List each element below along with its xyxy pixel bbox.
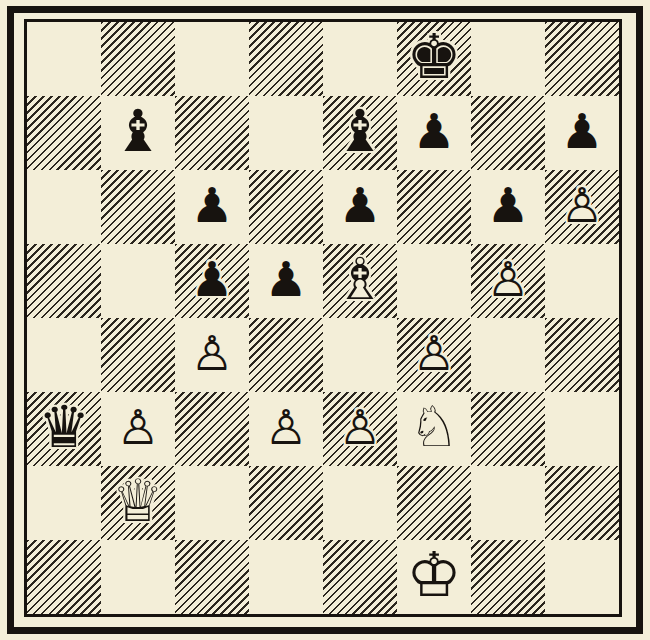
square-c6[interactable]: ♟♟ (175, 170, 249, 244)
square-h2[interactable] (545, 466, 619, 540)
square-g5[interactable]: ♟♙ (471, 244, 545, 318)
square-a6[interactable] (27, 170, 101, 244)
black-pawn-piece: ♟ (486, 181, 529, 229)
square-a3[interactable]: ♛♛ (27, 392, 101, 466)
square-h3[interactable] (545, 392, 619, 466)
square-h1[interactable] (545, 540, 619, 614)
square-b1[interactable] (101, 540, 175, 614)
square-e1[interactable] (323, 540, 397, 614)
square-b3[interactable]: ♟♙ (101, 392, 175, 466)
square-e3[interactable]: ♟♙ (323, 392, 397, 466)
black-pawn-piece: ♟ (264, 255, 307, 303)
square-a7[interactable] (27, 96, 101, 170)
square-d5[interactable]: ♟♟ (249, 244, 323, 318)
square-f5[interactable] (397, 244, 471, 318)
white-pawn-piece: ♙ (116, 403, 159, 451)
black-pawn-piece: ♟ (560, 107, 603, 155)
square-c7[interactable] (175, 96, 249, 170)
square-c8[interactable] (175, 22, 249, 96)
square-h7[interactable]: ♟♟ (545, 96, 619, 170)
square-b5[interactable] (101, 244, 175, 318)
square-e5[interactable]: ♝♗ (323, 244, 397, 318)
white-pawn-piece: ♙ (190, 329, 233, 377)
square-a4[interactable] (27, 318, 101, 392)
black-bishop-piece: ♝ (112, 102, 164, 160)
square-g7[interactable] (471, 96, 545, 170)
black-pawn-piece: ♟ (190, 255, 233, 303)
square-c4[interactable]: ♟♙ (175, 318, 249, 392)
square-d8[interactable] (249, 22, 323, 96)
black-pawn-piece: ♟ (412, 107, 455, 155)
white-pawn-piece: ♙ (560, 181, 603, 229)
white-queen-piece: ♕ (112, 472, 164, 530)
square-g8[interactable] (471, 22, 545, 96)
square-f4[interactable]: ♟♙ (397, 318, 471, 392)
square-a1[interactable] (27, 540, 101, 614)
square-f7[interactable]: ♟♟ (397, 96, 471, 170)
square-f2[interactable] (397, 466, 471, 540)
black-pawn-piece: ♟ (190, 181, 233, 229)
white-bishop-piece: ♗ (334, 250, 386, 308)
square-d2[interactable] (249, 466, 323, 540)
square-f6[interactable] (397, 170, 471, 244)
square-e7[interactable]: ♝♝ (323, 96, 397, 170)
square-e8[interactable] (323, 22, 397, 96)
square-d3[interactable]: ♟♙ (249, 392, 323, 466)
white-pawn-piece: ♙ (412, 329, 455, 377)
square-a2[interactable] (27, 466, 101, 540)
square-d6[interactable] (249, 170, 323, 244)
white-pawn-piece: ♙ (264, 403, 307, 451)
square-h6[interactable]: ♟♙ (545, 170, 619, 244)
square-b8[interactable] (101, 22, 175, 96)
square-g1[interactable] (471, 540, 545, 614)
square-g2[interactable] (471, 466, 545, 540)
white-pawn-piece: ♙ (486, 255, 529, 303)
square-a8[interactable] (27, 22, 101, 96)
square-b6[interactable] (101, 170, 175, 244)
square-c2[interactable] (175, 466, 249, 540)
square-d4[interactable] (249, 318, 323, 392)
square-b7[interactable]: ♝♝ (101, 96, 175, 170)
black-queen-piece: ♛ (38, 398, 90, 456)
square-a5[interactable] (27, 244, 101, 318)
square-h5[interactable] (545, 244, 619, 318)
square-b4[interactable] (101, 318, 175, 392)
square-e6[interactable]: ♟♟ (323, 170, 397, 244)
square-c3[interactable] (175, 392, 249, 466)
chess-board: ♚♚♝♝♝♝♟♟♟♟♟♟♟♟♟♟♟♙♟♟♟♟♝♗♟♙♟♙♟♙♛♛♟♙♟♙♟♙♞♘… (24, 19, 622, 617)
square-g4[interactable] (471, 318, 545, 392)
square-e2[interactable] (323, 466, 397, 540)
white-pawn-piece: ♙ (338, 403, 381, 451)
square-d7[interactable] (249, 96, 323, 170)
white-knight-piece: ♘ (409, 399, 459, 455)
black-bishop-piece: ♝ (334, 102, 386, 160)
white-king-piece: ♔ (406, 544, 462, 606)
black-king-piece: ♚ (406, 26, 462, 88)
square-f1[interactable]: ♚♔ (397, 540, 471, 614)
square-b2[interactable]: ♛♕ (101, 466, 175, 540)
square-g6[interactable]: ♟♟ (471, 170, 545, 244)
square-h4[interactable] (545, 318, 619, 392)
square-e4[interactable] (323, 318, 397, 392)
square-c1[interactable] (175, 540, 249, 614)
black-pawn-piece: ♟ (338, 181, 381, 229)
square-f3[interactable]: ♞♘ (397, 392, 471, 466)
square-c5[interactable]: ♟♟ (175, 244, 249, 318)
square-g3[interactable] (471, 392, 545, 466)
square-d1[interactable] (249, 540, 323, 614)
square-f8[interactable]: ♚♚ (397, 22, 471, 96)
square-h8[interactable] (545, 22, 619, 96)
